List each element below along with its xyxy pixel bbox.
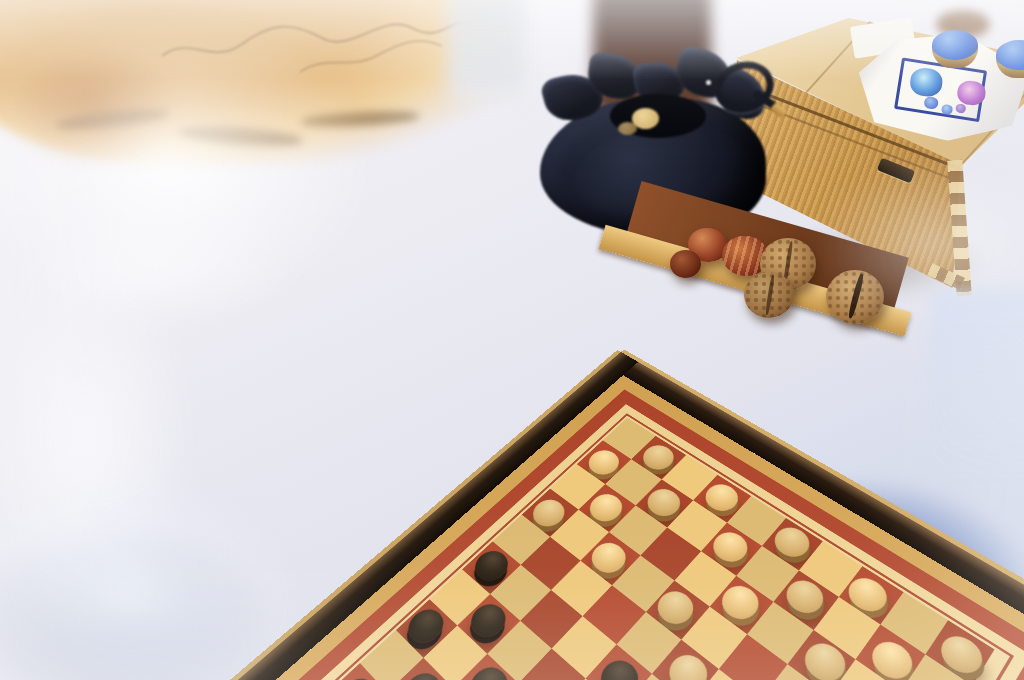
draughts-board — [227, 375, 1024, 680]
board-placement — [0, 0, 1024, 680]
photo-scene — [0, 0, 1024, 680]
board-perspective — [0, 0, 1024, 680]
